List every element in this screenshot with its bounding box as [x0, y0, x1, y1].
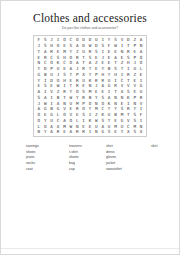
word-list-item: trousers: [69, 144, 106, 148]
grid-cell: X: [138, 129, 144, 135]
word-list: earringstrousersshirtskirtshoest-shirtdr…: [26, 144, 179, 171]
page-subtitle: Do you like clothes and accessories?: [1, 26, 179, 30]
worksheet-page: Clothes and accessories Do you like clot…: [0, 0, 180, 255]
word-list-item: skirt: [151, 144, 179, 148]
word-list-item: [151, 167, 179, 171]
word-list-item: jacket: [106, 161, 151, 165]
word-list-item: [151, 155, 179, 159]
word-list-item: shirt: [106, 144, 151, 148]
word-list-item: t-shirt: [69, 150, 106, 154]
word-list-item: dress: [106, 150, 151, 154]
word-list-item: earrings: [26, 144, 69, 148]
word-list-item: shorts: [69, 155, 106, 159]
word-list-item: gloves: [106, 155, 151, 159]
word-list-item: socks: [26, 161, 69, 165]
word-list-item: cap: [69, 167, 106, 171]
word-list-item: coat: [26, 167, 69, 171]
page-title: Clothes and accessories: [1, 12, 179, 24]
word-list-item: shoes: [26, 150, 69, 154]
page-bottom-edge: [1, 248, 179, 249]
word-list-item: sweatshirt: [106, 167, 151, 171]
word-list-item: [151, 150, 179, 154]
word-list-item: [151, 161, 179, 165]
word-list-item: bag: [69, 161, 106, 165]
word-list-item: jeans: [26, 155, 69, 159]
wordsearch-grid: FSJIQCODDUIYSVDZAJSHOESADWDSFWITPNTAREMY…: [33, 35, 148, 137]
